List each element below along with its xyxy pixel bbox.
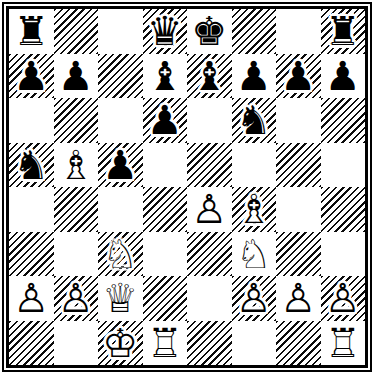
square-b8 [54, 9, 99, 54]
square-d7: ♝ [143, 54, 188, 99]
square-d1: ♖ [143, 321, 188, 366]
square-g2: ♙ [276, 276, 321, 321]
square-h2: ♙ [321, 276, 366, 321]
square-c3: ♘ [98, 232, 143, 277]
square-e5 [187, 143, 232, 188]
square-b2: ♙ [54, 276, 99, 321]
square-e4: ♙ [187, 187, 232, 232]
black-knight-a5: ♞ [13, 143, 49, 188]
square-e3 [187, 232, 232, 277]
square-c7 [98, 54, 143, 99]
square-b5: ♗ [54, 143, 99, 188]
square-e7: ♝ [187, 54, 232, 99]
square-f2: ♙ [232, 276, 277, 321]
square-h7: ♟ [321, 54, 366, 99]
square-g6 [276, 98, 321, 143]
board-frame: ♜♛♚♜♟♟♝♝♟♟♟♟♞♞♗♟♙♗♘♘♙♙♕♙♙♙♔♖♖ [2, 2, 372, 372]
square-b1 [54, 321, 99, 366]
white-queen-c2: ♕ [102, 276, 138, 321]
black-pawn-g7: ♟ [280, 54, 316, 99]
square-a4 [9, 187, 54, 232]
black-pawn-h7: ♟ [325, 54, 361, 99]
square-h5 [321, 143, 366, 188]
square-a5: ♞ [9, 143, 54, 188]
white-rook-d1: ♖ [147, 321, 183, 366]
square-h1: ♖ [321, 321, 366, 366]
white-pawn-b2: ♙ [58, 276, 94, 321]
square-h8: ♜ [321, 9, 366, 54]
black-king-e8: ♚ [191, 9, 227, 54]
square-d8: ♛ [143, 9, 188, 54]
square-h3 [321, 232, 366, 277]
square-f1 [232, 321, 277, 366]
board-inner-frame: ♜♛♚♜♟♟♝♝♟♟♟♟♞♞♗♟♙♗♘♘♙♙♕♙♙♙♔♖♖ [6, 6, 368, 368]
square-e8: ♚ [187, 9, 232, 54]
square-b4 [54, 187, 99, 232]
square-a8: ♜ [9, 9, 54, 54]
square-f3: ♘ [232, 232, 277, 277]
chess-diagram: ♜♛♚♜♟♟♝♝♟♟♟♟♞♞♗♟♙♗♘♘♙♙♕♙♙♙♔♖♖ [2, 2, 374, 372]
square-h4 [321, 187, 366, 232]
white-knight-c3: ♘ [102, 232, 138, 277]
square-d5 [143, 143, 188, 188]
square-g1 [276, 321, 321, 366]
square-f5 [232, 143, 277, 188]
square-f4: ♗ [232, 187, 277, 232]
square-d2 [143, 276, 188, 321]
black-bishop-d7: ♝ [147, 54, 183, 99]
square-f6: ♞ [232, 98, 277, 143]
square-f7: ♟ [232, 54, 277, 99]
white-pawn-h2: ♙ [325, 276, 361, 321]
square-a2: ♙ [9, 276, 54, 321]
square-e6 [187, 98, 232, 143]
square-a6 [9, 98, 54, 143]
white-pawn-e4: ♙ [191, 187, 227, 232]
square-a3 [9, 232, 54, 277]
black-rook-a8: ♜ [13, 9, 49, 54]
square-d4 [143, 187, 188, 232]
square-g5 [276, 143, 321, 188]
square-c6 [98, 98, 143, 143]
square-b3 [54, 232, 99, 277]
white-pawn-f2: ♙ [236, 276, 272, 321]
square-d3 [143, 232, 188, 277]
chess-board: ♜♛♚♜♟♟♝♝♟♟♟♟♞♞♗♟♙♗♘♘♙♙♕♙♙♙♔♖♖ [9, 9, 365, 365]
square-b6 [54, 98, 99, 143]
square-g4 [276, 187, 321, 232]
square-d6: ♟ [143, 98, 188, 143]
square-c8 [98, 9, 143, 54]
white-knight-f3: ♘ [236, 232, 272, 277]
square-c2: ♕ [98, 276, 143, 321]
square-a1 [9, 321, 54, 366]
square-b7: ♟ [54, 54, 99, 99]
square-e1 [187, 321, 232, 366]
black-bishop-e7: ♝ [191, 54, 227, 99]
black-pawn-d6: ♟ [147, 98, 183, 143]
white-king-c1: ♔ [102, 321, 138, 366]
black-pawn-b7: ♟ [58, 54, 94, 99]
white-rook-h1: ♖ [325, 321, 361, 366]
square-c5: ♟ [98, 143, 143, 188]
white-pawn-a2: ♙ [13, 276, 49, 321]
black-knight-f6: ♞ [236, 98, 272, 143]
white-bishop-b5: ♗ [58, 143, 94, 188]
square-g7: ♟ [276, 54, 321, 99]
square-f8 [232, 9, 277, 54]
square-a7: ♟ [9, 54, 54, 99]
square-c1: ♔ [98, 321, 143, 366]
square-g3 [276, 232, 321, 277]
square-g8 [276, 9, 321, 54]
black-pawn-c5: ♟ [102, 143, 138, 188]
square-h6 [321, 98, 366, 143]
white-bishop-f4: ♗ [236, 187, 272, 232]
square-c4 [98, 187, 143, 232]
black-rook-h8: ♜ [325, 9, 361, 54]
black-pawn-f7: ♟ [236, 54, 272, 99]
black-pawn-a7: ♟ [13, 54, 49, 99]
black-queen-d8: ♛ [147, 9, 183, 54]
square-e2 [187, 276, 232, 321]
white-pawn-g2: ♙ [280, 276, 316, 321]
